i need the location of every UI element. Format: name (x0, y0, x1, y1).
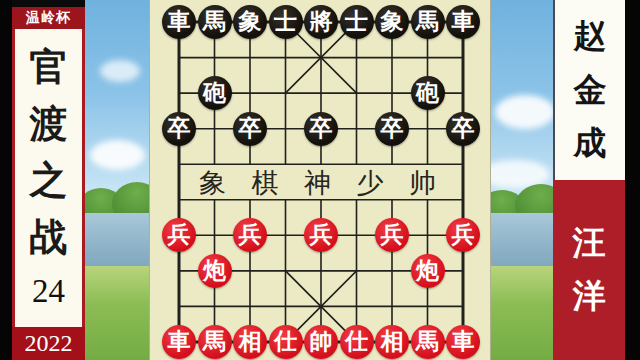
cloud-shape (100, 60, 140, 82)
piece-black-r0c3[interactable]: 士 (269, 5, 303, 39)
series-title-char: 战 (30, 218, 68, 256)
series-title-char: 渡 (30, 105, 68, 143)
xiangqi-broadcast-frame: 象 棋 神 少 帅 車馬象士將士象馬車砲砲卒卒卒卒卒兵兵兵兵兵炮炮車馬相仕帥仕相… (0, 0, 640, 360)
piece-black-r0c7[interactable]: 馬 (411, 5, 445, 39)
players-banner: 赵 金 成 汪 洋 (553, 0, 625, 360)
piece-red-r9c1[interactable]: 馬 (198, 325, 232, 359)
piece-red-r9c5[interactable]: 仕 (340, 325, 374, 359)
player-name-char: 赵 (574, 20, 607, 53)
year-badge: 2022 (12, 327, 85, 360)
piece-red-r9c7[interactable]: 馬 (411, 325, 445, 359)
series-title-char: 之 (30, 161, 68, 199)
piece-black-r3c2[interactable]: 卒 (233, 112, 267, 146)
piece-red-r6c2[interactable]: 兵 (233, 218, 267, 252)
piece-black-r0c8[interactable]: 車 (446, 5, 480, 39)
piece-red-r7c1[interactable]: 炮 (198, 254, 232, 288)
player-name-char: 洋 (573, 280, 606, 313)
event-badge: 温岭杯 (12, 7, 85, 29)
piece-red-r6c4[interactable]: 兵 (304, 218, 338, 252)
series-title: 官 渡 之 战 24 (12, 29, 85, 327)
player-name-char: 金 (574, 74, 607, 107)
player-black-name: 赵 金 成 (553, 0, 625, 180)
series-title-char: 官 (30, 48, 68, 86)
piece-red-r9c2[interactable]: 相 (233, 325, 267, 359)
player-name-char: 成 (574, 127, 607, 160)
piece-black-r0c0[interactable]: 車 (162, 5, 196, 39)
piece-black-r0c6[interactable]: 象 (375, 5, 409, 39)
episode-number: 24 (32, 275, 65, 308)
piece-black-r3c0[interactable]: 卒 (162, 112, 196, 146)
xiangqi-board[interactable]: 象 棋 神 少 帅 車馬象士將士象馬車砲砲卒卒卒卒卒兵兵兵兵兵炮炮車馬相仕帥仕相… (149, 0, 491, 360)
frame-edge-left (0, 0, 12, 360)
piece-black-r0c4[interactable]: 將 (304, 5, 338, 39)
piece-black-r0c1[interactable]: 馬 (198, 5, 232, 39)
piece-black-r3c8[interactable]: 卒 (446, 112, 480, 146)
left-banner: 温岭杯 官 渡 之 战 24 2022 (12, 0, 85, 360)
piece-red-r6c0[interactable]: 兵 (162, 218, 196, 252)
piece-black-r3c4[interactable]: 卒 (304, 112, 338, 146)
piece-red-r9c6[interactable]: 相 (375, 325, 409, 359)
piece-red-r9c4[interactable]: 帥 (304, 325, 338, 359)
piece-red-r7c7[interactable]: 炮 (411, 254, 445, 288)
piece-red-r9c0[interactable]: 車 (162, 325, 196, 359)
cloud-shape (495, 95, 555, 129)
piece-black-r3c6[interactable]: 卒 (375, 112, 409, 146)
piece-red-r9c3[interactable]: 仕 (269, 325, 303, 359)
pieces-layer: 車馬象士將士象馬車砲砲卒卒卒卒卒兵兵兵兵兵炮炮車馬相仕帥仕相馬車 (149, 0, 491, 360)
piece-black-r2c7[interactable]: 砲 (411, 76, 445, 110)
player-red-name: 汪 洋 (553, 180, 625, 360)
cloud-shape (90, 140, 145, 170)
piece-black-r0c2[interactable]: 象 (233, 5, 267, 39)
piece-red-r6c6[interactable]: 兵 (375, 218, 409, 252)
piece-red-r6c8[interactable]: 兵 (446, 218, 480, 252)
player-name-char: 汪 (573, 227, 606, 260)
frame-edge-right (625, 0, 640, 360)
piece-black-r0c5[interactable]: 士 (340, 5, 374, 39)
piece-black-r2c1[interactable]: 砲 (198, 76, 232, 110)
piece-red-r9c8[interactable]: 車 (446, 325, 480, 359)
